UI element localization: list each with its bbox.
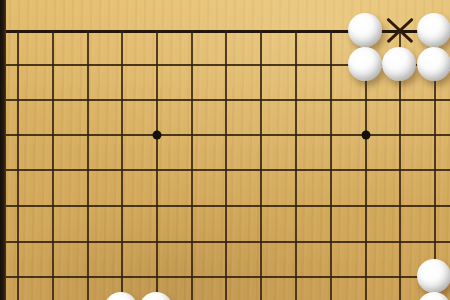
go-board[interactable] (0, 0, 450, 300)
grid-line-v (121, 30, 122, 300)
grid-line-h (6, 134, 450, 135)
grid-line-v (260, 30, 261, 300)
white-stone-R18 (382, 47, 416, 81)
grid-line-h (6, 99, 450, 100)
white-stone-K11 (139, 292, 173, 300)
white-stone-Q18 (348, 47, 382, 81)
white-stone-S12 (417, 259, 450, 293)
board-left-edge (0, 0, 6, 300)
grid-line-h (6, 276, 450, 277)
white-stone-S11 (417, 292, 450, 300)
grid-line-v (52, 30, 53, 300)
white-stone-J11 (104, 292, 138, 300)
grid-line-v (87, 30, 88, 300)
grid-line-h (6, 241, 450, 242)
star-point-Q16 (362, 131, 371, 140)
grid-line-v (156, 30, 157, 300)
white-stone-S19 (417, 13, 450, 47)
grid-line-v (17, 30, 18, 300)
star-point-K16 (153, 131, 162, 140)
grid-line-v (295, 30, 296, 300)
grid-line-h (6, 169, 450, 170)
grid-line-v (191, 30, 192, 300)
grid-line-v (330, 30, 331, 300)
grid-line-v (225, 30, 226, 300)
x-marker-R19 (383, 13, 417, 47)
white-stone-S18 (417, 47, 450, 81)
white-stone-Q19 (348, 13, 382, 47)
grid-line-h (6, 205, 450, 206)
